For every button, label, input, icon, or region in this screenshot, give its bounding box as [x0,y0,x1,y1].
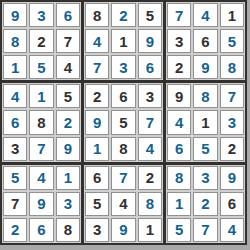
cell-r7c7[interactable]: 8 [167,166,191,190]
cell-r3c8[interactable]: 9 [193,55,217,79]
cell-r4c5[interactable]: 6 [111,84,135,108]
sudoku-box-4: 415682379 [2,83,81,161]
cell-r1c8[interactable]: 4 [193,3,217,27]
sudoku-box-9: 839126574 [166,165,245,243]
cell-r3c9[interactable]: 8 [220,55,244,79]
sudoku-box-1: 936827154 [2,2,81,80]
cell-r1c2[interactable]: 3 [29,3,53,27]
sudoku-box-6: 987413652 [166,83,245,161]
cell-r2c8[interactable]: 6 [193,29,217,53]
sudoku-box-7: 541793268 [2,165,81,243]
cell-r5c6[interactable]: 7 [138,110,162,134]
sudoku-box-2: 825419736 [84,2,163,80]
cell-r9c6[interactable]: 1 [138,218,162,242]
cell-r4c9[interactable]: 7 [220,84,244,108]
cell-r1c1[interactable]: 9 [3,3,27,27]
cell-r8c3[interactable]: 3 [56,192,80,216]
cell-r4c7[interactable]: 9 [167,84,191,108]
cell-r1c7[interactable]: 7 [167,3,191,27]
cell-r5c7[interactable]: 4 [167,110,191,134]
cell-r9c9[interactable]: 4 [220,218,244,242]
cell-r2c4[interactable]: 4 [85,29,109,53]
cell-r2c6[interactable]: 9 [138,29,162,53]
cell-r2c5[interactable]: 1 [111,29,135,53]
cell-r4c4[interactable]: 2 [85,84,109,108]
cell-r7c6[interactable]: 2 [138,166,162,190]
cell-r4c6[interactable]: 3 [138,84,162,108]
cell-r8c5[interactable]: 4 [111,192,135,216]
cell-r6c4[interactable]: 1 [85,137,109,161]
cell-r6c7[interactable]: 6 [167,137,191,161]
cell-r4c1[interactable]: 4 [3,84,27,108]
cell-r8c7[interactable]: 1 [167,192,191,216]
cell-r6c6[interactable]: 4 [138,137,162,161]
cell-r6c9[interactable]: 2 [220,137,244,161]
cell-r8c1[interactable]: 7 [3,192,27,216]
cell-r2c9[interactable]: 5 [220,29,244,53]
cell-r5c5[interactable]: 5 [111,110,135,134]
cell-r8c6[interactable]: 8 [138,192,162,216]
cell-r9c3[interactable]: 8 [56,218,80,242]
sudoku-box-5: 263957184 [84,83,163,161]
cell-r8c8[interactable]: 2 [193,192,217,216]
cell-r3c7[interactable]: 2 [167,55,191,79]
cell-r8c9[interactable]: 6 [220,192,244,216]
cell-r7c8[interactable]: 3 [193,166,217,190]
sudoku-box-3: 741365298 [166,2,245,80]
cell-r8c4[interactable]: 5 [85,192,109,216]
cell-r3c3[interactable]: 4 [56,55,80,79]
cell-r1c9[interactable]: 1 [220,3,244,27]
cell-r5c8[interactable]: 1 [193,110,217,134]
cell-r5c4[interactable]: 9 [85,110,109,134]
cell-r7c2[interactable]: 4 [29,166,53,190]
cell-r7c5[interactable]: 7 [111,166,135,190]
cell-r1c5[interactable]: 2 [111,3,135,27]
cell-r6c1[interactable]: 3 [3,137,27,161]
cell-r9c4[interactable]: 3 [85,218,109,242]
cell-r8c2[interactable]: 9 [29,192,53,216]
cell-r9c1[interactable]: 2 [3,218,27,242]
cell-r3c1[interactable]: 1 [3,55,27,79]
cell-r9c5[interactable]: 9 [111,218,135,242]
cell-r9c8[interactable]: 7 [193,218,217,242]
cell-r5c2[interactable]: 8 [29,110,53,134]
cell-r6c2[interactable]: 7 [29,137,53,161]
cell-r2c2[interactable]: 2 [29,29,53,53]
cell-r2c1[interactable]: 8 [3,29,27,53]
cell-r4c2[interactable]: 1 [29,84,53,108]
cell-r9c2[interactable]: 6 [29,218,53,242]
cell-r3c4[interactable]: 7 [85,55,109,79]
cell-r6c3[interactable]: 9 [56,137,80,161]
sudoku-box-8: 672548391 [84,165,163,243]
cell-r3c5[interactable]: 3 [111,55,135,79]
cell-r5c1[interactable]: 6 [3,110,27,134]
cell-r4c3[interactable]: 5 [56,84,80,108]
cell-r2c7[interactable]: 3 [167,29,191,53]
cell-r3c6[interactable]: 6 [138,55,162,79]
cell-r3c2[interactable]: 5 [29,55,53,79]
cell-r7c1[interactable]: 5 [3,166,27,190]
cell-r5c9[interactable]: 3 [220,110,244,134]
cell-r7c9[interactable]: 9 [220,166,244,190]
cell-r9c7[interactable]: 5 [167,218,191,242]
cell-r1c4[interactable]: 8 [85,3,109,27]
cell-r1c3[interactable]: 6 [56,3,80,27]
cell-r5c3[interactable]: 2 [56,110,80,134]
cell-r7c3[interactable]: 1 [56,166,80,190]
cell-r6c5[interactable]: 8 [111,137,135,161]
sudoku-board: 9368271548254197367413652984156823792639… [0,0,247,245]
cell-r1c6[interactable]: 5 [138,3,162,27]
cell-r6c8[interactable]: 5 [193,137,217,161]
cell-r7c4[interactable]: 6 [85,166,109,190]
cell-r4c8[interactable]: 8 [193,84,217,108]
cell-r2c3[interactable]: 7 [56,29,80,53]
